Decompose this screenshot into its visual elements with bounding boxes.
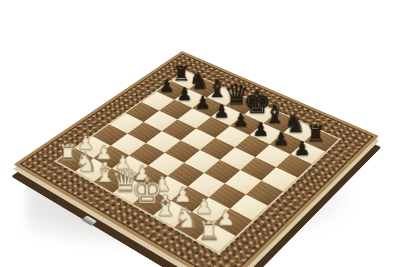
piece-white-rook: ♜ <box>194 218 222 244</box>
square-e4 <box>184 150 220 173</box>
product-photo-scene: ♜♞♝♛♚♝♞♜♟♟♟♟♟♟♟♟♟♟♟♟♟♟♟♟♜♞♝♛♚♝♞♜ <box>0 0 400 267</box>
piece-black-pawn: ♟ <box>289 139 314 158</box>
